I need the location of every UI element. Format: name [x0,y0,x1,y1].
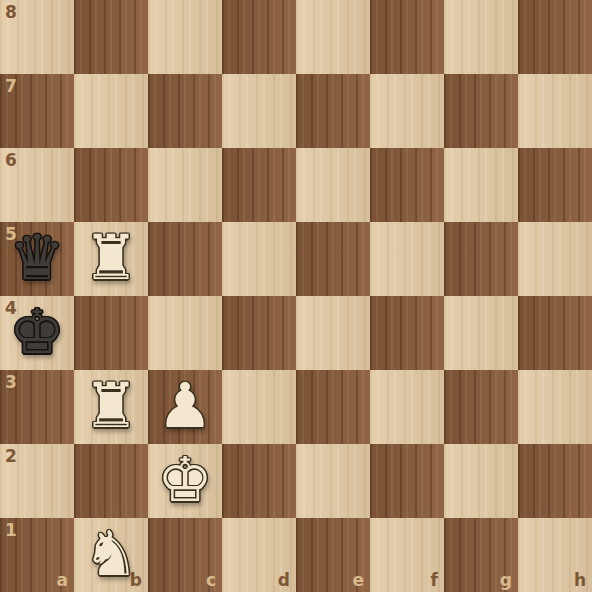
square-e2[interactable] [296,444,370,518]
square-a4[interactable]: 4♚ [0,296,74,370]
piece-white-rook[interactable]: ♜ [83,227,139,289]
square-e8[interactable] [296,0,370,74]
square-f1[interactable]: f [370,518,444,592]
square-e1[interactable]: e [296,518,370,592]
square-a8[interactable]: 8 [0,0,74,74]
rank-label-7: 7 [5,78,17,95]
square-b4[interactable] [74,296,148,370]
square-h8[interactable] [518,0,592,74]
file-label-h: h [574,572,586,589]
chess-board: 8765♛♜4♚3♜♟2♚1ab♞cdefgh [0,0,592,592]
square-h4[interactable] [518,296,592,370]
rank-label-6: 6 [5,152,17,169]
square-c4[interactable] [148,296,222,370]
square-e6[interactable] [296,148,370,222]
rank-label-1: 1 [5,522,17,539]
rank-label-2: 2 [5,448,17,465]
square-f7[interactable] [370,74,444,148]
piece-white-knight[interactable]: ♞ [83,523,139,585]
chess-board-screenshot: 8765♛♜4♚3♜♟2♚1ab♞cdefgh [0,0,592,592]
square-b8[interactable] [74,0,148,74]
square-b7[interactable] [74,74,148,148]
square-g6[interactable] [444,148,518,222]
square-b6[interactable] [74,148,148,222]
piece-black-king[interactable]: ♚ [9,301,65,363]
square-a6[interactable]: 6 [0,148,74,222]
square-a1[interactable]: 1a [0,518,74,592]
square-d4[interactable] [222,296,296,370]
square-g1[interactable]: g [444,518,518,592]
square-e3[interactable] [296,370,370,444]
square-b1[interactable]: b♞ [74,518,148,592]
square-c5[interactable] [148,222,222,296]
piece-white-rook[interactable]: ♜ [83,375,139,437]
square-b3[interactable]: ♜ [74,370,148,444]
square-d6[interactable] [222,148,296,222]
file-label-f: f [431,572,438,589]
square-d5[interactable] [222,222,296,296]
square-h3[interactable] [518,370,592,444]
square-g5[interactable] [444,222,518,296]
square-f4[interactable] [370,296,444,370]
square-f2[interactable] [370,444,444,518]
file-label-e: e [352,572,364,589]
square-d1[interactable]: d [222,518,296,592]
square-h5[interactable] [518,222,592,296]
square-f3[interactable] [370,370,444,444]
square-a5[interactable]: 5♛ [0,222,74,296]
square-h7[interactable] [518,74,592,148]
square-c1[interactable]: c [148,518,222,592]
file-label-d: d [278,572,290,589]
square-h1[interactable]: h [518,518,592,592]
piece-white-pawn[interactable]: ♟ [157,375,213,437]
square-h6[interactable] [518,148,592,222]
square-d7[interactable] [222,74,296,148]
square-f6[interactable] [370,148,444,222]
square-d8[interactable] [222,0,296,74]
square-f5[interactable] [370,222,444,296]
square-c6[interactable] [148,148,222,222]
square-f8[interactable] [370,0,444,74]
square-h2[interactable] [518,444,592,518]
square-e4[interactable] [296,296,370,370]
file-label-a: a [57,572,68,589]
square-e7[interactable] [296,74,370,148]
square-a2[interactable]: 2 [0,444,74,518]
square-g3[interactable] [444,370,518,444]
square-d2[interactable] [222,444,296,518]
square-g2[interactable] [444,444,518,518]
piece-white-king[interactable]: ♚ [157,449,213,511]
square-g7[interactable] [444,74,518,148]
square-c2[interactable]: ♚ [148,444,222,518]
square-g4[interactable] [444,296,518,370]
piece-black-queen[interactable]: ♛ [9,227,65,289]
square-g8[interactable] [444,0,518,74]
file-label-c: c [206,572,216,589]
file-label-g: g [500,572,512,589]
square-b2[interactable] [74,444,148,518]
square-e5[interactable] [296,222,370,296]
rank-label-3: 3 [5,374,17,391]
square-b5[interactable]: ♜ [74,222,148,296]
rank-label-8: 8 [5,4,17,21]
square-c7[interactable] [148,74,222,148]
square-c8[interactable] [148,0,222,74]
square-c3[interactable]: ♟ [148,370,222,444]
square-d3[interactable] [222,370,296,444]
square-a3[interactable]: 3 [0,370,74,444]
square-a7[interactable]: 7 [0,74,74,148]
